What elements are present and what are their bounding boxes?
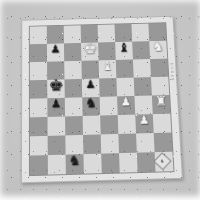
black-pawn[interactable]: ♟ (47, 40, 64, 58)
square-g5[interactable] (134, 77, 152, 96)
black-pawn[interactable]: ♟ (82, 75, 100, 94)
square-g7[interactable] (132, 41, 150, 59)
square-h3[interactable] (153, 114, 172, 133)
square-g2[interactable] (136, 133, 155, 153)
square-h4[interactable]: ♜ (152, 95, 170, 114)
square-e2[interactable] (101, 134, 119, 154)
board-sheet: ♟♚♝♞♝♚♟♟♞♟♜♟♞ CHESS ♞ (21, 16, 183, 183)
square-a7[interactable] (30, 44, 47, 62)
white-rook[interactable]: ♜ (152, 91, 170, 110)
square-a4[interactable] (30, 98, 48, 117)
square-d7[interactable]: ♚ (81, 43, 99, 61)
square-g6[interactable] (133, 59, 151, 78)
square-c6[interactable] (64, 61, 82, 80)
black-bishop[interactable]: ♝ (115, 38, 133, 56)
board-edge-print: CHESS (169, 63, 175, 82)
board-grid: ♟♚♝♞♝♚♟♟♞♟♜♟♞ (29, 22, 175, 176)
square-b7[interactable]: ♟ (47, 43, 64, 61)
square-c5[interactable] (64, 79, 82, 98)
square-e1[interactable] (101, 153, 119, 173)
black-pawn[interactable]: ♟ (47, 94, 65, 113)
square-a3[interactable] (30, 117, 48, 136)
square-f1[interactable] (119, 153, 138, 173)
square-f4[interactable]: ♟ (117, 96, 135, 115)
maker-mark-icon: ♞ (160, 159, 165, 164)
square-a1[interactable] (30, 155, 48, 175)
square-f6[interactable] (116, 59, 134, 78)
square-f2[interactable] (118, 133, 136, 153)
square-h6[interactable] (150, 59, 168, 78)
square-h2[interactable] (154, 133, 173, 153)
square-b3[interactable] (47, 116, 65, 135)
square-c4[interactable] (65, 97, 83, 116)
black-knight[interactable]: ♞ (66, 150, 84, 170)
square-a6[interactable] (30, 62, 47, 81)
square-g1[interactable] (137, 152, 156, 172)
square-c8[interactable] (64, 25, 81, 43)
square-f3[interactable] (118, 115, 136, 134)
square-a5[interactable] (30, 80, 47, 99)
square-b1[interactable] (48, 155, 66, 175)
white-king[interactable]: ♚ (81, 39, 99, 57)
black-knight[interactable]: ♞ (82, 93, 100, 112)
square-e4[interactable] (100, 96, 118, 115)
square-d4[interactable]: ♞ (82, 97, 100, 116)
square-c3[interactable] (65, 116, 83, 135)
white-pawn[interactable]: ♟ (135, 110, 153, 129)
square-a8[interactable] (30, 26, 47, 44)
square-g3[interactable]: ♟ (135, 114, 153, 133)
square-c7[interactable] (64, 43, 81, 61)
square-a2[interactable] (30, 136, 48, 156)
square-c1[interactable]: ♞ (66, 154, 84, 174)
square-e6[interactable]: ♝ (99, 60, 117, 79)
chessboard: ♟♚♝♞♝♚♟♟♞♟♜♟♞ CHESS ♞ (21, 16, 183, 183)
white-knight[interactable]: ♞ (149, 37, 167, 55)
square-e5[interactable] (99, 78, 117, 97)
square-b2[interactable] (48, 135, 66, 155)
square-g8[interactable] (131, 24, 149, 42)
square-f7[interactable]: ♝ (115, 42, 133, 60)
square-h7[interactable]: ♞ (149, 41, 167, 59)
square-d3[interactable] (83, 116, 101, 135)
square-d2[interactable] (83, 134, 101, 154)
photo-background: ♟♚♝♞♝♚♟♟♞♟♜♟♞ CHESS ♞ (0, 0, 200, 200)
square-b4[interactable]: ♟ (47, 98, 65, 117)
black-king[interactable]: ♚ (47, 76, 65, 95)
square-d1[interactable] (83, 154, 101, 174)
square-e8[interactable] (98, 24, 116, 42)
white-bishop[interactable]: ♝ (98, 56, 116, 75)
square-e3[interactable] (100, 115, 118, 134)
white-pawn[interactable]: ♟ (117, 92, 135, 111)
